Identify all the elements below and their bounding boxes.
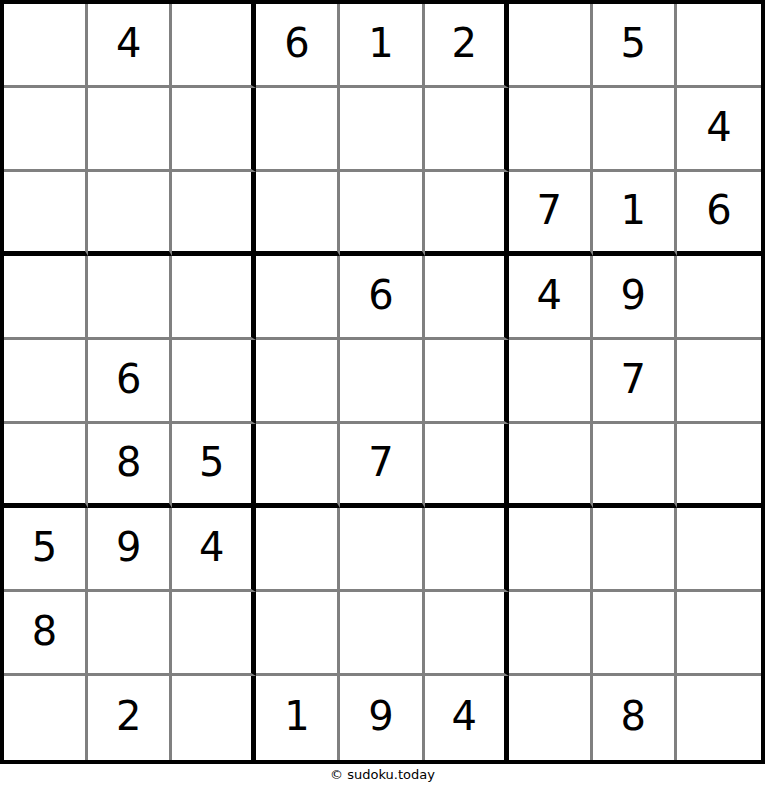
cell-r3c5[interactable] [340,172,424,256]
cell-r4c6[interactable] [425,256,509,340]
cell-r3c9[interactable]: 6 [677,172,761,256]
cell-r3c7[interactable]: 7 [509,172,593,256]
cell-r1c6[interactable]: 2 [425,4,509,88]
given-digit: 6 [706,190,731,230]
given-digit: 5 [621,23,646,63]
cell-r4c9[interactable] [677,256,761,340]
given-digit: 5 [199,442,224,482]
given-digit: 8 [116,442,141,482]
given-digit: 9 [116,527,141,567]
cell-r9c2[interactable]: 2 [88,676,172,760]
cell-r9c7[interactable] [509,676,593,760]
cell-r7c4[interactable] [256,508,340,592]
given-digit: 8 [32,611,57,651]
cell-r7c8[interactable] [593,508,677,592]
cell-r1c1[interactable] [4,4,88,88]
given-digit: 1 [621,190,646,230]
cell-r4c8[interactable]: 9 [593,256,677,340]
page: 46125471664967857594821948 © sudoku.toda… [0,0,765,785]
cell-r5c9[interactable] [677,340,761,424]
cell-r3c6[interactable] [425,172,509,256]
cell-r8c3[interactable] [172,592,256,676]
given-digit: 7 [536,190,561,230]
cell-r7c2[interactable]: 9 [88,508,172,592]
cell-r7c7[interactable] [509,508,593,592]
cell-r1c8[interactable]: 5 [593,4,677,88]
given-digit: 7 [621,359,646,399]
cell-r7c3[interactable]: 4 [172,508,256,592]
given-digit: 2 [116,696,141,736]
cell-r6c5[interactable]: 7 [340,424,424,508]
cell-r9c8[interactable]: 8 [593,676,677,760]
cell-r1c3[interactable] [172,4,256,88]
given-digit: 4 [536,275,561,315]
cell-r4c2[interactable] [88,256,172,340]
cell-r4c4[interactable] [256,256,340,340]
cell-r5c5[interactable] [340,340,424,424]
cell-r2c9[interactable]: 4 [677,88,761,172]
cell-r1c2[interactable]: 4 [88,4,172,88]
cell-r3c1[interactable] [4,172,88,256]
cell-r2c8[interactable] [593,88,677,172]
given-digit: 4 [451,696,476,736]
cell-r4c7[interactable]: 4 [509,256,593,340]
cell-r5c2[interactable]: 6 [88,340,172,424]
cell-r6c6[interactable] [425,424,509,508]
given-digit: 1 [284,696,309,736]
cell-r5c4[interactable] [256,340,340,424]
cell-r6c4[interactable] [256,424,340,508]
sudoku-board: 46125471664967857594821948 [0,0,765,764]
given-digit: 1 [368,23,393,63]
given-digit: 9 [621,275,646,315]
cell-r2c7[interactable] [509,88,593,172]
cell-r2c2[interactable] [88,88,172,172]
copyright: © sudoku.today [0,764,765,785]
cell-r9c3[interactable] [172,676,256,760]
given-digit: 7 [368,442,393,482]
cell-r2c1[interactable] [4,88,88,172]
given-digit: 6 [368,275,393,315]
cell-r4c1[interactable] [4,256,88,340]
cell-r8c8[interactable] [593,592,677,676]
cell-r8c2[interactable] [88,592,172,676]
cell-r6c8[interactable] [593,424,677,508]
cell-r4c5[interactable]: 6 [340,256,424,340]
given-digit: 5 [32,527,57,567]
copyright-text: © sudoku.today [330,767,435,782]
given-digit: 6 [284,23,309,63]
cell-r5c8[interactable]: 7 [593,340,677,424]
given-digit: 8 [621,696,646,736]
cell-r9c4[interactable]: 1 [256,676,340,760]
cell-r6c1[interactable] [4,424,88,508]
cell-r9c5[interactable]: 9 [340,676,424,760]
cell-r8c6[interactable] [425,592,509,676]
cell-r2c5[interactable] [340,88,424,172]
cell-r9c6[interactable]: 4 [425,676,509,760]
cell-r9c9[interactable] [677,676,761,760]
cell-r1c9[interactable] [677,4,761,88]
cell-r7c5[interactable] [340,508,424,592]
given-digit: 4 [706,107,731,147]
cell-r8c7[interactable] [509,592,593,676]
cell-r5c1[interactable] [4,340,88,424]
cell-r7c6[interactable] [425,508,509,592]
cell-r9c1[interactable] [4,676,88,760]
cell-r1c7[interactable] [509,4,593,88]
cell-r5c3[interactable] [172,340,256,424]
cell-r6c9[interactable] [677,424,761,508]
cell-r3c2[interactable] [88,172,172,256]
cell-r6c3[interactable]: 5 [172,424,256,508]
cell-r6c2[interactable]: 8 [88,424,172,508]
cell-r8c5[interactable] [340,592,424,676]
given-digit: 9 [368,696,393,736]
cell-r8c9[interactable] [677,592,761,676]
cell-r7c9[interactable] [677,508,761,592]
cell-r3c3[interactable] [172,172,256,256]
given-digit: 2 [451,23,476,63]
given-digit: 4 [199,527,224,567]
cell-r4c3[interactable] [172,256,256,340]
given-digit: 6 [116,359,141,399]
cell-r7c1[interactable]: 5 [4,508,88,592]
cell-r5c6[interactable] [425,340,509,424]
cell-r3c4[interactable] [256,172,340,256]
cell-r3c8[interactable]: 1 [593,172,677,256]
cell-r2c4[interactable] [256,88,340,172]
cell-r8c4[interactable] [256,592,340,676]
cell-r5c7[interactable] [509,340,593,424]
cell-r6c7[interactable] [509,424,593,508]
cell-r2c6[interactable] [425,88,509,172]
given-digit: 4 [116,23,141,63]
cell-r1c5[interactable]: 1 [340,4,424,88]
cell-r8c1[interactable]: 8 [4,592,88,676]
cell-r1c4[interactable]: 6 [256,4,340,88]
cell-r2c3[interactable] [172,88,256,172]
